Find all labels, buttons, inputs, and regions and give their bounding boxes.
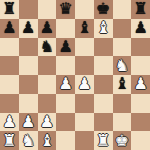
square-f5[interactable] bbox=[94, 56, 113, 75]
white-bishop-f7[interactable]: ♝ bbox=[96, 20, 110, 36]
black-knight-c6[interactable]: ♞ bbox=[40, 39, 54, 55]
square-g6[interactable] bbox=[113, 38, 132, 57]
square-b5[interactable] bbox=[19, 56, 38, 75]
square-a6[interactable] bbox=[0, 38, 19, 57]
square-e1[interactable] bbox=[75, 131, 94, 150]
square-d1[interactable] bbox=[56, 131, 75, 150]
black-king-f8[interactable]: ♚ bbox=[96, 1, 110, 17]
black-rook-h8[interactable]: ♜ bbox=[133, 1, 147, 17]
square-c6[interactable]: ♞ bbox=[38, 38, 57, 57]
white-pawn-d4[interactable]: ♟ bbox=[58, 76, 72, 92]
black-pawn-b7[interactable]: ♟ bbox=[21, 20, 35, 36]
square-h8[interactable]: ♜ bbox=[131, 0, 150, 19]
square-a4[interactable] bbox=[0, 75, 19, 94]
black-queen-d8[interactable]: ♛ bbox=[58, 1, 72, 17]
black-pawn-h7[interactable]: ♟ bbox=[133, 20, 147, 36]
square-f3[interactable] bbox=[94, 94, 113, 113]
black-bishop-g4[interactable]: ♝ bbox=[115, 76, 129, 92]
square-e2[interactable] bbox=[75, 113, 94, 132]
square-e3[interactable] bbox=[75, 94, 94, 113]
square-g7[interactable] bbox=[113, 19, 132, 38]
square-c8[interactable] bbox=[38, 0, 57, 19]
square-c7[interactable]: ♟ bbox=[38, 19, 57, 38]
square-b8[interactable] bbox=[19, 0, 38, 19]
square-f4[interactable] bbox=[94, 75, 113, 94]
square-e7[interactable]: ♝ bbox=[75, 19, 94, 38]
square-a3[interactable] bbox=[0, 94, 19, 113]
square-a7[interactable]: ♟ bbox=[0, 19, 19, 38]
square-b7[interactable]: ♟ bbox=[19, 19, 38, 38]
square-d7[interactable] bbox=[56, 19, 75, 38]
square-g2[interactable] bbox=[113, 113, 132, 132]
square-g8[interactable] bbox=[113, 0, 132, 19]
square-b2[interactable]: ♟ bbox=[19, 113, 38, 132]
white-rook-a1[interactable]: ♜ bbox=[2, 133, 16, 149]
square-f7[interactable]: ♝ bbox=[94, 19, 113, 38]
square-h2[interactable] bbox=[131, 113, 150, 132]
white-pawn-c2[interactable]: ♟ bbox=[40, 114, 54, 130]
square-f6[interactable] bbox=[94, 38, 113, 57]
square-b6[interactable] bbox=[19, 38, 38, 57]
chess-board: ♜♛♚♜♟♟♟♝♝♟♞♟♞♟♟♝♟♟♟♟♜♞♝♜♚ bbox=[0, 0, 150, 150]
square-b3[interactable] bbox=[19, 94, 38, 113]
square-d8[interactable]: ♛ bbox=[56, 0, 75, 19]
square-g5[interactable]: ♞ bbox=[113, 56, 132, 75]
square-e4[interactable]: ♟ bbox=[75, 75, 94, 94]
square-a2[interactable]: ♟ bbox=[0, 113, 19, 132]
white-king-g1[interactable]: ♚ bbox=[115, 133, 129, 149]
square-g3[interactable] bbox=[113, 94, 132, 113]
square-b4[interactable] bbox=[19, 75, 38, 94]
square-d2[interactable] bbox=[56, 113, 75, 132]
white-knight-g5[interactable]: ♞ bbox=[115, 58, 129, 74]
square-a8[interactable]: ♜ bbox=[0, 0, 19, 19]
square-h3[interactable] bbox=[131, 94, 150, 113]
square-c5[interactable] bbox=[38, 56, 57, 75]
white-bishop-c1[interactable]: ♝ bbox=[40, 133, 54, 149]
square-c3[interactable] bbox=[38, 94, 57, 113]
black-pawn-c7[interactable]: ♟ bbox=[40, 20, 54, 36]
square-f1[interactable]: ♜ bbox=[94, 131, 113, 150]
square-d5[interactable] bbox=[56, 56, 75, 75]
square-d4[interactable]: ♟ bbox=[56, 75, 75, 94]
square-c2[interactable]: ♟ bbox=[38, 113, 57, 132]
square-d3[interactable] bbox=[56, 94, 75, 113]
square-f2[interactable] bbox=[94, 113, 113, 132]
square-c1[interactable]: ♝ bbox=[38, 131, 57, 150]
square-d6[interactable]: ♟ bbox=[56, 38, 75, 57]
white-pawn-b2[interactable]: ♟ bbox=[21, 114, 35, 130]
square-h5[interactable] bbox=[131, 56, 150, 75]
square-g1[interactable]: ♚ bbox=[113, 131, 132, 150]
white-knight-b1[interactable]: ♞ bbox=[21, 133, 35, 149]
white-rook-f1[interactable]: ♜ bbox=[96, 133, 110, 149]
white-pawn-a2[interactable]: ♟ bbox=[2, 114, 16, 130]
black-bishop-e7[interactable]: ♝ bbox=[77, 20, 91, 36]
square-e6[interactable] bbox=[75, 38, 94, 57]
square-h4[interactable]: ♟ bbox=[131, 75, 150, 94]
square-a5[interactable] bbox=[0, 56, 19, 75]
square-h1[interactable] bbox=[131, 131, 150, 150]
square-f8[interactable]: ♚ bbox=[94, 0, 113, 19]
square-h6[interactable] bbox=[131, 38, 150, 57]
black-pawn-d6[interactable]: ♟ bbox=[58, 39, 72, 55]
square-c4[interactable] bbox=[38, 75, 57, 94]
white-pawn-h4[interactable]: ♟ bbox=[133, 76, 147, 92]
black-rook-a8[interactable]: ♜ bbox=[2, 1, 16, 17]
square-b1[interactable]: ♞ bbox=[19, 131, 38, 150]
square-e5[interactable] bbox=[75, 56, 94, 75]
square-h7[interactable]: ♟ bbox=[131, 19, 150, 38]
square-g4[interactable]: ♝ bbox=[113, 75, 132, 94]
black-pawn-a7[interactable]: ♟ bbox=[2, 20, 16, 36]
white-pawn-e4[interactable]: ♟ bbox=[77, 76, 91, 92]
square-e8[interactable] bbox=[75, 0, 94, 19]
square-a1[interactable]: ♜ bbox=[0, 131, 19, 150]
